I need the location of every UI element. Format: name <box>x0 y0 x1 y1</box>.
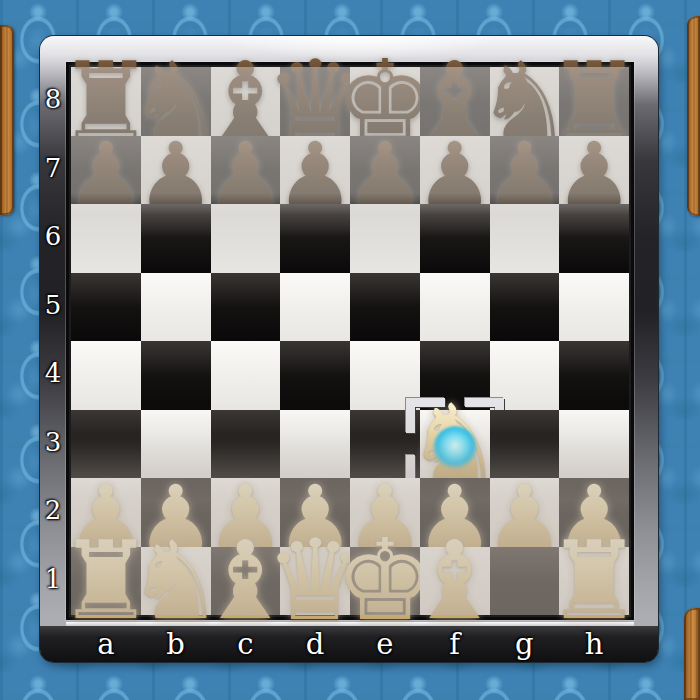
square-a7[interactable]: ♟ <box>71 136 141 205</box>
square-f1[interactable]: ♝ <box>420 547 490 616</box>
square-f6[interactable] <box>420 204 490 273</box>
square-e5[interactable] <box>350 273 420 342</box>
square-f5[interactable] <box>420 273 490 342</box>
file-label-g: g <box>504 627 544 661</box>
board-inlay: ♜♞♝♛♚♝♞♜♟♟♟♟♟♟♟♟♞♟♟♟♟♟♟♟♟♜♞♝♛♚♝♜ <box>66 62 634 620</box>
square-h5[interactable] <box>559 273 629 342</box>
square-a4[interactable] <box>71 341 141 410</box>
wood-trim-right-top <box>687 16 700 216</box>
rank-label-8: 8 <box>40 84 66 114</box>
chess-board: ♜♞♝♛♚♝♞♜♟♟♟♟♟♟♟♟♞♟♟♟♟♟♟♟♟♜♞♝♛♚♝♜ <box>71 67 629 615</box>
square-g5[interactable] <box>490 273 560 342</box>
board-frame: ♜♞♝♛♚♝♞♜♟♟♟♟♟♟♟♟♞♟♟♟♟♟♟♟♟♜♞♝♛♚♝♜ abcdefg… <box>40 36 658 662</box>
square-h1[interactable]: ♜ <box>559 547 629 616</box>
square-g7[interactable]: ♟ <box>490 136 560 205</box>
rank-label-7: 7 <box>40 153 66 183</box>
square-d4[interactable] <box>280 341 350 410</box>
square-f7[interactable]: ♟ <box>420 136 490 205</box>
rank-label-1: 1 <box>40 564 66 594</box>
rank-label-4: 4 <box>40 358 66 388</box>
square-c4[interactable] <box>211 341 281 410</box>
square-e7[interactable]: ♟ <box>350 136 420 205</box>
square-h6[interactable] <box>559 204 629 273</box>
square-c7[interactable]: ♟ <box>211 136 281 205</box>
piece-white-bishop: ♝ <box>406 527 503 635</box>
square-c6[interactable] <box>211 204 281 273</box>
square-a6[interactable] <box>71 204 141 273</box>
square-a5[interactable] <box>71 273 141 342</box>
square-d5[interactable] <box>280 273 350 342</box>
square-b4[interactable] <box>141 341 211 410</box>
square-b7[interactable]: ♟ <box>141 136 211 205</box>
square-g6[interactable] <box>490 204 560 273</box>
square-e6[interactable] <box>350 204 420 273</box>
selection-bracket-tl <box>406 398 445 433</box>
rank-label-6: 6 <box>40 221 66 251</box>
rank-label-2: 2 <box>40 495 66 525</box>
square-b5[interactable] <box>141 273 211 342</box>
square-d7[interactable]: ♟ <box>280 136 350 205</box>
square-b6[interactable] <box>141 204 211 273</box>
wood-trim-right-bottom <box>684 608 700 700</box>
rank-label-5: 5 <box>40 290 66 320</box>
square-d6[interactable] <box>280 204 350 273</box>
wood-trim-left <box>0 25 14 215</box>
rank-label-3: 3 <box>40 427 66 457</box>
square-c5[interactable] <box>211 273 281 342</box>
game-background: ♜♞♝♛♚♝♞♜♟♟♟♟♟♟♟♟♞♟♟♟♟♟♟♟♟♜♞♝♛♚♝♜ abcdefg… <box>0 0 700 700</box>
piece-white-rook: ♜ <box>546 527 643 635</box>
square-h7[interactable]: ♟ <box>559 136 629 205</box>
square-h4[interactable] <box>559 341 629 410</box>
